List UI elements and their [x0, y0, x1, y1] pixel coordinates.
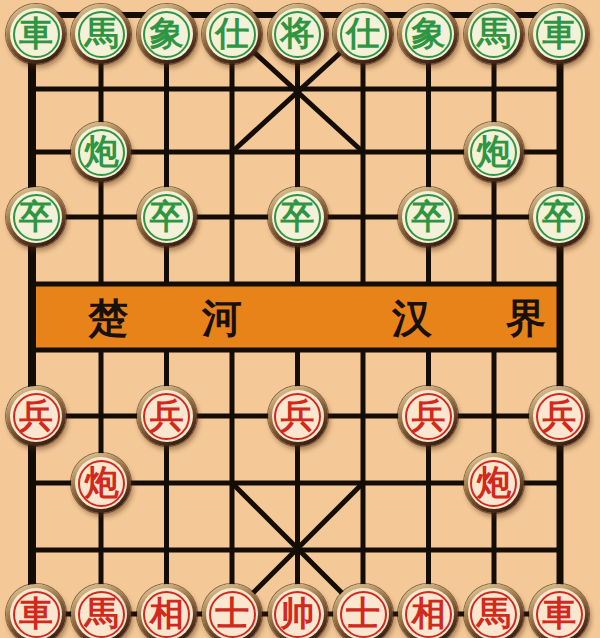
piece-face: 馬	[468, 588, 520, 638]
piece-glyph: 士	[215, 596, 249, 630]
piece-glyph: 炮	[477, 134, 511, 168]
xiangqi-board: 楚 河 汉 界 車馬象仕将仕象馬車炮炮卒卒卒卒卒兵兵兵兵兵炮炮車馬相士帅士相馬車	[0, 0, 600, 638]
piece-face: 士	[206, 588, 258, 638]
piece-green-general[interactable]: 将	[268, 4, 328, 64]
piece-red-soldier[interactable]: 兵	[6, 386, 66, 446]
piece-glyph: 卒	[411, 199, 445, 233]
piece-face: 仕	[337, 8, 389, 60]
piece-face: 象	[402, 8, 454, 60]
piece-face: 車	[533, 8, 585, 60]
piece-glyph: 炮	[84, 134, 118, 168]
piece-face: 炮	[75, 457, 127, 509]
piece-green-horse[interactable]: 馬	[71, 4, 131, 64]
piece-red-general[interactable]: 帅	[268, 584, 328, 638]
piece-green-soldier[interactable]: 卒	[6, 187, 66, 247]
piece-green-cannon[interactable]: 炮	[71, 122, 131, 182]
piece-glyph: 馬	[477, 16, 511, 50]
piece-green-cannon[interactable]: 炮	[464, 122, 524, 182]
piece-green-advisor[interactable]: 仕	[202, 4, 262, 64]
piece-face: 兵	[533, 390, 585, 442]
piece-face: 車	[10, 588, 62, 638]
piece-green-chariot[interactable]: 車	[529, 4, 589, 64]
piece-glyph: 象	[411, 16, 445, 50]
piece-face: 象	[141, 8, 193, 60]
piece-face: 車	[533, 588, 585, 638]
piece-face: 兵	[141, 390, 193, 442]
piece-glyph: 兵	[19, 398, 53, 432]
piece-glyph: 兵	[411, 398, 445, 432]
piece-glyph: 卒	[281, 199, 315, 233]
piece-glyph: 仕	[215, 16, 249, 50]
piece-green-soldier[interactable]: 卒	[398, 187, 458, 247]
piece-face: 馬	[468, 8, 520, 60]
piece-face: 仕	[206, 8, 258, 60]
piece-glyph: 仕	[346, 16, 380, 50]
piece-face: 車	[10, 8, 62, 60]
piece-glyph: 兵	[281, 398, 315, 432]
piece-glyph: 卒	[542, 199, 576, 233]
piece-face: 馬	[75, 8, 127, 60]
piece-green-elephant[interactable]: 象	[137, 4, 197, 64]
piece-glyph: 相	[411, 596, 445, 630]
piece-glyph: 象	[150, 16, 184, 50]
piece-glyph: 車	[19, 596, 53, 630]
piece-red-horse[interactable]: 馬	[464, 584, 524, 638]
piece-face: 相	[402, 588, 454, 638]
piece-glyph: 卒	[19, 199, 53, 233]
piece-glyph: 車	[19, 16, 53, 50]
piece-green-soldier[interactable]: 卒	[529, 187, 589, 247]
piece-face: 卒	[141, 191, 193, 243]
piece-glyph: 馬	[477, 596, 511, 630]
piece-face: 士	[337, 588, 389, 638]
piece-face: 将	[272, 8, 324, 60]
piece-glyph: 将	[281, 16, 315, 50]
piece-red-soldier[interactable]: 兵	[529, 386, 589, 446]
piece-face: 卒	[402, 191, 454, 243]
piece-red-chariot[interactable]: 車	[6, 584, 66, 638]
piece-glyph: 馬	[84, 16, 118, 50]
piece-red-soldier[interactable]: 兵	[268, 386, 328, 446]
pieces-layer: 車馬象仕将仕象馬車炮炮卒卒卒卒卒兵兵兵兵兵炮炮車馬相士帅士相馬車	[0, 0, 600, 638]
piece-face: 兵	[402, 390, 454, 442]
piece-red-chariot[interactable]: 車	[529, 584, 589, 638]
piece-face: 卒	[10, 191, 62, 243]
piece-red-soldier[interactable]: 兵	[398, 386, 458, 446]
piece-glyph: 士	[346, 596, 380, 630]
piece-glyph: 炮	[477, 465, 511, 499]
piece-red-cannon[interactable]: 炮	[71, 453, 131, 513]
piece-glyph: 相	[150, 596, 184, 630]
piece-red-elephant[interactable]: 相	[137, 584, 197, 638]
piece-glyph: 車	[542, 16, 576, 50]
piece-face: 相	[141, 588, 193, 638]
piece-glyph: 車	[542, 596, 576, 630]
piece-glyph: 卒	[150, 199, 184, 233]
piece-face: 兵	[10, 390, 62, 442]
piece-face: 炮	[468, 126, 520, 178]
piece-red-cannon[interactable]: 炮	[464, 453, 524, 513]
piece-red-elephant[interactable]: 相	[398, 584, 458, 638]
piece-glyph: 帅	[281, 596, 315, 630]
piece-glyph: 炮	[84, 465, 118, 499]
piece-red-advisor[interactable]: 士	[333, 584, 393, 638]
piece-green-soldier[interactable]: 卒	[137, 187, 197, 247]
piece-green-soldier[interactable]: 卒	[268, 187, 328, 247]
piece-face: 卒	[533, 191, 585, 243]
piece-green-elephant[interactable]: 象	[398, 4, 458, 64]
piece-green-horse[interactable]: 馬	[464, 4, 524, 64]
piece-face: 兵	[272, 390, 324, 442]
piece-red-advisor[interactable]: 士	[202, 584, 262, 638]
piece-green-chariot[interactable]: 車	[6, 4, 66, 64]
piece-glyph: 馬	[84, 596, 118, 630]
piece-glyph: 兵	[150, 398, 184, 432]
piece-face: 馬	[75, 588, 127, 638]
piece-face: 卒	[272, 191, 324, 243]
piece-green-advisor[interactable]: 仕	[333, 4, 393, 64]
piece-red-soldier[interactable]: 兵	[137, 386, 197, 446]
piece-face: 帅	[272, 588, 324, 638]
piece-red-horse[interactable]: 馬	[71, 584, 131, 638]
piece-glyph: 兵	[542, 398, 576, 432]
piece-face: 炮	[468, 457, 520, 509]
piece-face: 炮	[75, 126, 127, 178]
